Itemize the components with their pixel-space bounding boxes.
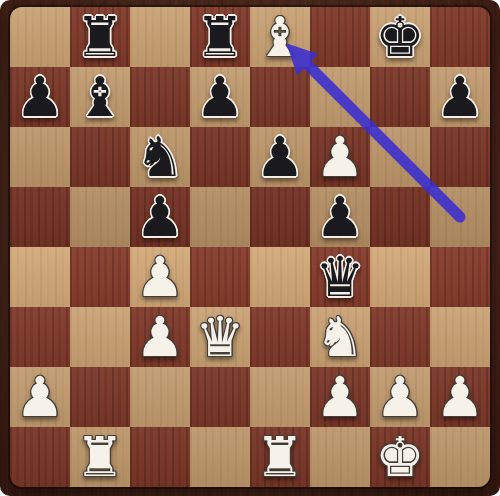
piece-black-pawn-d7[interactable]: ♟ [190,67,250,127]
square-g7[interactable] [370,67,430,127]
square-h8[interactable] [430,7,490,67]
square-f1[interactable] [310,427,370,487]
square-d8[interactable]: ♜ [190,7,250,67]
piece-white-bishop-e8[interactable]: ♝ [250,7,310,67]
square-d4[interactable] [190,247,250,307]
square-e4[interactable] [250,247,310,307]
piece-black-pawn-h7[interactable]: ♟ [430,67,490,127]
board-frame: ♜♜♝♚♟♝♟♟♞♟♟♟♟♟♛♟♛♞♟♟♟♟♜♜♚ [0,0,500,496]
chess-board[interactable]: ♜♜♝♚♟♝♟♟♞♟♟♟♟♟♛♟♛♞♟♟♟♟♜♜♚ [10,7,490,487]
square-f2[interactable]: ♟ [310,367,370,427]
piece-white-pawn-f2[interactable]: ♟ [310,367,370,427]
square-d1[interactable] [190,427,250,487]
square-f4[interactable]: ♛ [310,247,370,307]
square-c1[interactable] [130,427,190,487]
square-g8[interactable]: ♚ [370,7,430,67]
square-a3[interactable] [10,307,70,367]
piece-white-queen-d3[interactable]: ♛ [190,307,250,367]
square-f7[interactable] [310,67,370,127]
square-b7[interactable]: ♝ [70,67,130,127]
square-h3[interactable] [430,307,490,367]
piece-white-pawn-c4[interactable]: ♟ [130,247,190,307]
square-e7[interactable] [250,67,310,127]
square-g3[interactable] [370,307,430,367]
piece-white-pawn-f6[interactable]: ♟ [310,127,370,187]
square-g4[interactable] [370,247,430,307]
piece-black-rook-d8[interactable]: ♜ [190,7,250,67]
square-f8[interactable] [310,7,370,67]
piece-black-knight-c6[interactable]: ♞ [130,127,190,187]
square-c2[interactable] [130,367,190,427]
square-a4[interactable] [10,247,70,307]
piece-white-king-g1[interactable]: ♚ [370,427,430,487]
square-c4[interactable]: ♟ [130,247,190,307]
square-b6[interactable] [70,127,130,187]
square-g6[interactable] [370,127,430,187]
square-h1[interactable] [430,427,490,487]
square-e2[interactable] [250,367,310,427]
square-h4[interactable] [430,247,490,307]
square-f5[interactable]: ♟ [310,187,370,247]
square-e6[interactable]: ♟ [250,127,310,187]
square-h5[interactable] [430,187,490,247]
piece-black-queen-f4[interactable]: ♛ [310,247,370,307]
square-a8[interactable] [10,7,70,67]
piece-white-pawn-c3[interactable]: ♟ [130,307,190,367]
square-f6[interactable]: ♟ [310,127,370,187]
square-f3[interactable]: ♞ [310,307,370,367]
piece-black-bishop-b7[interactable]: ♝ [70,67,130,127]
square-g2[interactable]: ♟ [370,367,430,427]
piece-black-pawn-e6[interactable]: ♟ [250,127,310,187]
square-a7[interactable]: ♟ [10,67,70,127]
square-d3[interactable]: ♛ [190,307,250,367]
square-e5[interactable] [250,187,310,247]
piece-black-pawn-c5[interactable]: ♟ [130,187,190,247]
square-g1[interactable]: ♚ [370,427,430,487]
piece-white-pawn-a2[interactable]: ♟ [10,367,70,427]
square-c7[interactable] [130,67,190,127]
square-a6[interactable] [10,127,70,187]
square-b2[interactable] [70,367,130,427]
square-b3[interactable] [70,307,130,367]
piece-white-pawn-h2[interactable]: ♟ [430,367,490,427]
square-h2[interactable]: ♟ [430,367,490,427]
piece-black-pawn-f5[interactable]: ♟ [310,187,370,247]
square-e1[interactable]: ♜ [250,427,310,487]
square-c3[interactable]: ♟ [130,307,190,367]
piece-white-pawn-g2[interactable]: ♟ [370,367,430,427]
square-d2[interactable] [190,367,250,427]
square-e3[interactable] [250,307,310,367]
square-h6[interactable] [430,127,490,187]
square-d5[interactable] [190,187,250,247]
square-g5[interactable] [370,187,430,247]
piece-white-rook-b1[interactable]: ♜ [70,427,130,487]
square-d6[interactable] [190,127,250,187]
piece-white-knight-f3[interactable]: ♞ [310,307,370,367]
square-b1[interactable]: ♜ [70,427,130,487]
square-c5[interactable]: ♟ [130,187,190,247]
square-d7[interactable]: ♟ [190,67,250,127]
piece-black-rook-b8[interactable]: ♜ [70,7,130,67]
square-e8[interactable]: ♝ [250,7,310,67]
piece-black-king-g8[interactable]: ♚ [370,7,430,67]
square-a2[interactable]: ♟ [10,367,70,427]
piece-black-pawn-a7[interactable]: ♟ [10,67,70,127]
square-a1[interactable] [10,427,70,487]
square-b4[interactable] [70,247,130,307]
square-b8[interactable]: ♜ [70,7,130,67]
square-c6[interactable]: ♞ [130,127,190,187]
square-b5[interactable] [70,187,130,247]
square-a5[interactable] [10,187,70,247]
piece-white-rook-e1[interactable]: ♜ [250,427,310,487]
square-c8[interactable] [130,7,190,67]
square-h7[interactable]: ♟ [430,67,490,127]
